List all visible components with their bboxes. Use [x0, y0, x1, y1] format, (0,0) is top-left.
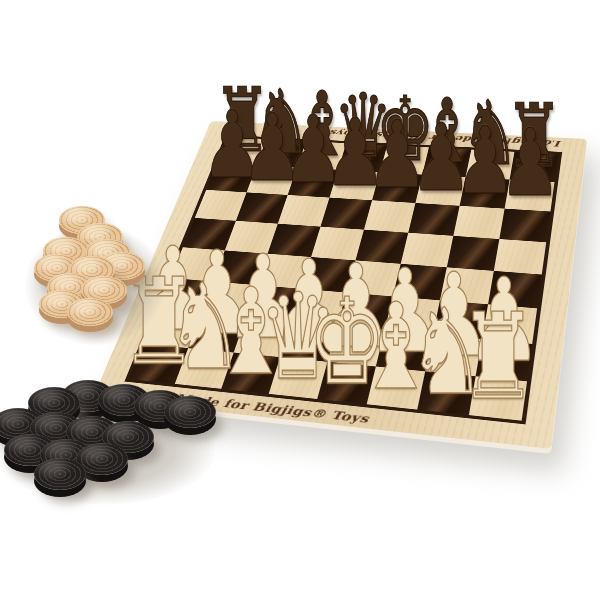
square-h6 — [499, 209, 550, 243]
square-h7 — [505, 180, 555, 212]
product-photo: Lovingly Made for Bigjigs® Toys Lovingly… — [0, 0, 600, 600]
square-e5 — [355, 230, 408, 264]
square-f5 — [401, 233, 454, 268]
square-f4 — [393, 264, 447, 300]
square-h8 — [510, 152, 559, 182]
square-f1 — [367, 366, 426, 409]
square-f2 — [376, 331, 433, 372]
square-h3 — [482, 304, 537, 344]
square-e4 — [347, 260, 401, 296]
square-g6 — [453, 206, 504, 239]
square-f8 — [422, 147, 471, 177]
square-h4 — [488, 271, 542, 308]
square-g3 — [433, 300, 488, 339]
square-g8 — [466, 150, 515, 180]
square-f7 — [415, 175, 465, 206]
square-g5 — [447, 236, 500, 271]
chessboard-wrap: Lovingly Made for Bigjigs® Toys Lovingly… — [0, 0, 600, 600]
square-f3 — [385, 296, 440, 335]
square-h5 — [494, 239, 546, 274]
square-e2 — [327, 326, 384, 366]
square-h1 — [469, 376, 527, 420]
square-e3 — [337, 293, 393, 331]
square-g7 — [460, 177, 510, 209]
chessboard: Lovingly Made for Bigjigs® Toys Lovingly… — [93, 121, 587, 449]
board-grid — [129, 137, 558, 421]
square-e6 — [364, 200, 415, 232]
square-e7 — [372, 172, 422, 203]
square-g4 — [440, 267, 494, 304]
square-f6 — [408, 203, 459, 236]
square-h2 — [476, 339, 533, 381]
square-g2 — [425, 335, 482, 376]
square-e8 — [380, 145, 429, 174]
square-g1 — [417, 371, 475, 415]
board-frame — [124, 135, 562, 424]
